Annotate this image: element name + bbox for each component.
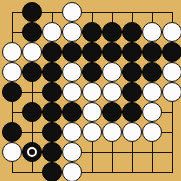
intersection-B2[interactable] bbox=[22, 142, 42, 162]
intersection-H2[interactable] bbox=[142, 142, 162, 162]
intersection-A2[interactable] bbox=[2, 142, 22, 162]
intersection-E8[interactable] bbox=[82, 22, 102, 42]
intersection-F9[interactable] bbox=[102, 2, 122, 22]
intersection-C9[interactable] bbox=[42, 2, 62, 22]
intersection-D1[interactable] bbox=[62, 162, 82, 181]
black-stone-C1 bbox=[42, 162, 62, 181]
grid-hline bbox=[12, 172, 23, 173]
black-stone-C4 bbox=[42, 102, 62, 122]
white-stone-F5 bbox=[102, 82, 122, 102]
intersection-H1[interactable] bbox=[142, 162, 162, 181]
intersection-F8[interactable] bbox=[102, 22, 122, 42]
grid-vline bbox=[152, 142, 153, 162]
black-stone-A5 bbox=[2, 82, 22, 102]
intersection-E5[interactable] bbox=[82, 82, 102, 102]
intersection-F3[interactable] bbox=[102, 122, 122, 142]
intersection-H5[interactable] bbox=[142, 82, 162, 102]
white-stone-F3 bbox=[102, 122, 122, 142]
white-stone-E5 bbox=[82, 82, 102, 102]
white-stone-D6 bbox=[62, 62, 82, 82]
black-stone-C7 bbox=[42, 42, 62, 62]
grid-vline bbox=[32, 82, 33, 102]
grid-hline bbox=[12, 112, 23, 113]
intersection-G7[interactable] bbox=[122, 42, 142, 62]
intersection-D7[interactable] bbox=[62, 42, 82, 62]
intersection-J3[interactable] bbox=[162, 122, 181, 142]
intersection-J8[interactable] bbox=[162, 22, 181, 42]
white-stone-E4 bbox=[82, 102, 102, 122]
intersection-A3[interactable] bbox=[2, 122, 22, 142]
intersection-B1[interactable] bbox=[22, 162, 42, 181]
intersection-C3[interactable] bbox=[42, 122, 62, 142]
intersection-D9[interactable] bbox=[62, 2, 82, 22]
intersection-G4[interactable] bbox=[122, 102, 142, 122]
intersection-B4[interactable] bbox=[22, 102, 42, 122]
intersection-D2[interactable] bbox=[62, 142, 82, 162]
grid-vline bbox=[132, 142, 133, 162]
grid-vline bbox=[92, 162, 93, 173]
grid-vline bbox=[92, 12, 93, 23]
intersection-G6[interactable] bbox=[122, 62, 142, 82]
intersection-G1[interactable] bbox=[122, 162, 142, 181]
intersection-D8[interactable] bbox=[62, 22, 82, 42]
grid-vline bbox=[172, 102, 173, 122]
black-stone-F4 bbox=[102, 102, 122, 122]
grid-vline bbox=[152, 12, 153, 23]
grid-vline bbox=[132, 162, 133, 173]
grid-vline bbox=[172, 122, 173, 142]
intersection-C2[interactable] bbox=[42, 142, 62, 162]
white-stone-J5 bbox=[162, 82, 181, 102]
white-stone-J6 bbox=[162, 62, 181, 82]
black-stone-F7 bbox=[102, 42, 122, 62]
black-stone-A3 bbox=[2, 122, 22, 142]
white-stone-E3 bbox=[82, 122, 102, 142]
intersection-E7[interactable] bbox=[82, 42, 102, 62]
intersection-A4[interactable] bbox=[2, 102, 22, 122]
intersection-F5[interactable] bbox=[102, 82, 122, 102]
black-stone-E6 bbox=[82, 62, 102, 82]
black-stone-H6 bbox=[142, 62, 162, 82]
intersection-B5[interactable] bbox=[22, 82, 42, 102]
black-stone-C2 bbox=[42, 142, 62, 162]
grid-hline bbox=[12, 32, 23, 33]
white-stone-A7 bbox=[2, 42, 22, 62]
white-stone-A6 bbox=[2, 62, 22, 82]
intersection-F1[interactable] bbox=[102, 162, 122, 181]
grid-vline bbox=[172, 162, 173, 173]
grid-vline bbox=[92, 142, 93, 162]
black-stone-G5 bbox=[122, 82, 142, 102]
intersection-J5[interactable] bbox=[162, 82, 181, 102]
black-stone-G7 bbox=[122, 42, 142, 62]
black-stone-H7 bbox=[142, 42, 162, 62]
intersection-H7[interactable] bbox=[142, 42, 162, 62]
intersection-B9[interactable] bbox=[22, 2, 42, 22]
intersection-A9[interactable] bbox=[2, 2, 22, 22]
grid-vline bbox=[12, 102, 13, 122]
intersection-G2[interactable] bbox=[122, 142, 142, 162]
white-stone-H8 bbox=[142, 22, 162, 42]
intersection-G5[interactable] bbox=[122, 82, 142, 102]
white-stone-J8 bbox=[162, 22, 181, 42]
grid-vline bbox=[152, 162, 153, 173]
intersection-C8[interactable] bbox=[42, 22, 62, 42]
intersection-D3[interactable] bbox=[62, 122, 82, 142]
intersection-H6[interactable] bbox=[142, 62, 162, 82]
intersection-F2[interactable] bbox=[102, 142, 122, 162]
grid-hline bbox=[12, 12, 23, 13]
intersection-E3[interactable] bbox=[82, 122, 102, 142]
intersection-B7[interactable] bbox=[22, 42, 42, 62]
intersection-C1[interactable] bbox=[42, 162, 62, 181]
white-stone-D9 bbox=[62, 2, 82, 22]
black-stone-B9 bbox=[22, 2, 42, 22]
white-stone-D8 bbox=[62, 22, 82, 42]
black-stone-B6 bbox=[22, 62, 42, 82]
intersection-E2[interactable] bbox=[82, 142, 102, 162]
intersection-A8[interactable] bbox=[2, 22, 22, 42]
intersection-D4[interactable] bbox=[62, 102, 82, 122]
black-stone-C3 bbox=[42, 122, 62, 142]
intersection-D6[interactable] bbox=[62, 62, 82, 82]
grid-vline bbox=[172, 12, 173, 23]
intersection-J4[interactable] bbox=[162, 102, 181, 122]
intersection-H4[interactable] bbox=[142, 102, 162, 122]
grid-vline bbox=[12, 22, 13, 42]
black-stone-G4 bbox=[122, 102, 142, 122]
grid-vline bbox=[112, 162, 113, 173]
intersection-J7[interactable] bbox=[162, 42, 181, 62]
intersection-C5[interactable] bbox=[42, 82, 62, 102]
white-stone-H3 bbox=[142, 122, 162, 142]
intersection-H8[interactable] bbox=[142, 22, 162, 42]
intersection-E6[interactable] bbox=[82, 62, 102, 82]
intersection-H3[interactable] bbox=[142, 122, 162, 142]
go-board bbox=[0, 0, 181, 181]
white-stone-H5 bbox=[142, 82, 162, 102]
intersection-A5[interactable] bbox=[2, 82, 22, 102]
black-stone-D4 bbox=[62, 102, 82, 122]
white-stone-G3 bbox=[122, 122, 142, 142]
white-stone-F6 bbox=[102, 62, 122, 82]
black-stone-J7 bbox=[162, 42, 181, 62]
grid-vline bbox=[112, 142, 113, 162]
black-stone-G6 bbox=[122, 62, 142, 82]
grid-vline bbox=[52, 12, 53, 23]
grid-vline bbox=[12, 12, 13, 23]
grid-vline bbox=[172, 142, 173, 162]
intersection-E9[interactable] bbox=[82, 2, 102, 22]
intersection-F7[interactable] bbox=[102, 42, 122, 62]
black-stone-B8 bbox=[22, 22, 42, 42]
white-stone-D1 bbox=[62, 162, 82, 181]
black-stone-B4 bbox=[22, 102, 42, 122]
black-stone-G8 bbox=[122, 22, 142, 42]
white-stone-D3 bbox=[62, 122, 82, 142]
intersection-B8[interactable] bbox=[22, 22, 42, 42]
black-stone-C5 bbox=[42, 82, 62, 102]
intersection-B3[interactable] bbox=[22, 122, 42, 142]
grid-vline bbox=[12, 162, 13, 173]
black-stone-E7 bbox=[82, 42, 102, 62]
intersection-A7[interactable] bbox=[2, 42, 22, 62]
white-stone-B7 bbox=[22, 42, 42, 62]
intersection-A6[interactable] bbox=[2, 62, 22, 82]
white-stone-D5 bbox=[62, 82, 82, 102]
black-stone-B2 bbox=[22, 142, 42, 162]
intersection-E4[interactable] bbox=[82, 102, 102, 122]
intersection-J1[interactable] bbox=[162, 162, 181, 181]
intersection-F6[interactable] bbox=[102, 62, 122, 82]
intersection-H9[interactable] bbox=[142, 2, 162, 22]
intersection-C4[interactable] bbox=[42, 102, 62, 122]
intersection-F4[interactable] bbox=[102, 102, 122, 122]
intersection-C6[interactable] bbox=[42, 62, 62, 82]
white-stone-A2 bbox=[2, 142, 22, 162]
black-stone-D7 bbox=[62, 42, 82, 62]
intersection-B6[interactable] bbox=[22, 62, 42, 82]
white-stone-D2 bbox=[62, 142, 82, 162]
intersection-J6[interactable] bbox=[162, 62, 181, 82]
grid-vline bbox=[112, 12, 113, 23]
black-stone-F8 bbox=[102, 22, 122, 42]
intersection-G9[interactable] bbox=[122, 2, 142, 22]
last-move-marker bbox=[27, 147, 37, 157]
black-stone-C6 bbox=[42, 62, 62, 82]
grid-vline bbox=[32, 122, 33, 142]
intersection-G8[interactable] bbox=[122, 22, 142, 42]
intersection-C7[interactable] bbox=[42, 42, 62, 62]
black-stone-E8 bbox=[82, 22, 102, 42]
intersection-E1[interactable] bbox=[82, 162, 102, 181]
grid-vline bbox=[32, 162, 33, 173]
intersection-J9[interactable] bbox=[162, 2, 181, 22]
white-stone-C8 bbox=[42, 22, 62, 42]
intersection-J2[interactable] bbox=[162, 142, 181, 162]
grid-vline bbox=[132, 12, 133, 23]
intersection-A1[interactable] bbox=[2, 162, 22, 181]
intersection-D5[interactable] bbox=[62, 82, 82, 102]
white-stone-H4 bbox=[142, 102, 162, 122]
go-grid bbox=[2, 2, 181, 181]
intersection-G3[interactable] bbox=[122, 122, 142, 142]
